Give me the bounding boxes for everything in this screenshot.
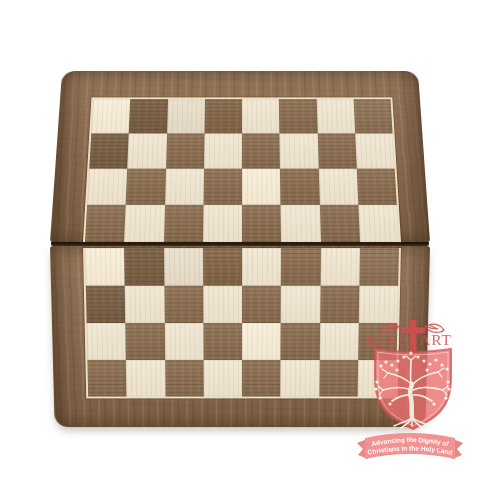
square-g4: [320, 248, 360, 286]
brand-text-left: BLES: [366, 331, 408, 348]
square-h4: [359, 248, 399, 286]
square-c4: [164, 248, 203, 286]
square-e4: [242, 248, 281, 286]
square-f7: [280, 133, 319, 168]
square-d3: [203, 286, 242, 323]
square-d8: [204, 99, 242, 133]
board-top-half: [50, 71, 430, 242]
square-f5: [281, 205, 321, 242]
square-d5: [203, 205, 242, 242]
square-d1: [203, 360, 242, 397]
square-d2: [203, 323, 242, 360]
brand-text-right: ART: [419, 331, 452, 348]
square-g5: [319, 205, 359, 242]
blestart-watermark: BLES ART: [355, 316, 465, 471]
square-b7: [127, 133, 166, 168]
square-g3: [320, 286, 359, 323]
square-a7: [89, 133, 129, 168]
square-g8: [316, 99, 355, 133]
ribbon-banner: Advancing the Dignity of Christians in t…: [357, 433, 463, 459]
square-a2: [87, 323, 126, 360]
square-a3: [86, 286, 126, 323]
square-b2: [125, 323, 164, 360]
square-b1: [126, 360, 165, 397]
square-d7: [204, 133, 242, 168]
square-e3: [242, 286, 281, 323]
product-photo: BLES ART: [0, 0, 480, 480]
square-a4: [85, 248, 125, 286]
square-b4: [124, 248, 164, 286]
board-grid-bottom: [83, 248, 401, 398]
square-c5: [164, 205, 204, 242]
square-a6: [87, 169, 127, 205]
square-b5: [124, 205, 164, 242]
square-f4: [281, 248, 320, 286]
square-g2: [319, 323, 358, 360]
square-a8: [91, 99, 130, 133]
square-a5: [85, 205, 126, 242]
square-e7: [242, 133, 280, 168]
square-c8: [167, 99, 205, 133]
square-c6: [165, 169, 204, 205]
square-b8: [129, 99, 168, 133]
square-d4: [203, 248, 242, 286]
square-b6: [126, 169, 166, 205]
square-h6: [356, 169, 396, 205]
square-d6: [203, 169, 242, 205]
square-e6: [242, 169, 281, 205]
square-g1: [319, 360, 358, 397]
square-f2: [281, 323, 320, 360]
square-g7: [317, 133, 356, 168]
board-grid-top: [83, 97, 401, 242]
square-c1: [165, 360, 204, 397]
square-c7: [166, 133, 205, 168]
square-f6: [280, 169, 319, 205]
square-e8: [242, 99, 280, 133]
square-h5: [358, 205, 399, 242]
square-f3: [281, 286, 320, 323]
square-h8: [353, 99, 392, 133]
square-g6: [318, 169, 358, 205]
square-b3: [125, 286, 164, 323]
square-e5: [242, 205, 281, 242]
square-e2: [242, 323, 281, 360]
square-f1: [280, 360, 319, 397]
square-e1: [242, 360, 281, 397]
square-c2: [164, 323, 203, 360]
square-f8: [279, 99, 317, 133]
square-a1: [87, 360, 126, 397]
square-h7: [355, 133, 395, 168]
square-c3: [164, 286, 203, 323]
